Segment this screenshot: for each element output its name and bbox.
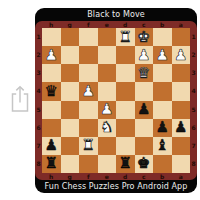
square-c4[interactable] xyxy=(135,82,154,100)
board-corner xyxy=(35,21,42,28)
bottom-file-label-a: a xyxy=(172,173,191,180)
black-king: ♚ xyxy=(137,156,150,171)
square-a4[interactable] xyxy=(172,82,191,100)
square-c5[interactable]: ♟ xyxy=(135,101,154,119)
square-e7[interactable] xyxy=(98,137,117,155)
black-pawn: ♟ xyxy=(156,120,169,135)
black-bishop: ♝ xyxy=(156,138,169,153)
left-rank-label-2: 2 xyxy=(35,46,42,64)
white-pawn: ♟ xyxy=(45,47,58,62)
black-pawn: ♟ xyxy=(137,102,150,117)
right-rank-label-5: 5 xyxy=(190,101,197,119)
top-file-label-a: a xyxy=(172,21,191,28)
white-king: ♚ xyxy=(137,29,150,44)
white-rook: ♜ xyxy=(82,138,95,153)
white-pawn: ♟ xyxy=(174,47,187,62)
black-pawn: ♟ xyxy=(174,120,187,135)
square-b6[interactable]: ♟ xyxy=(153,119,172,137)
square-f8[interactable] xyxy=(79,155,98,173)
square-d2[interactable] xyxy=(116,46,135,64)
square-h3[interactable] xyxy=(42,64,61,82)
square-a3[interactable] xyxy=(172,64,191,82)
right-rank-label-4: 4 xyxy=(190,82,197,100)
square-g2[interactable] xyxy=(61,46,80,64)
board-corner xyxy=(35,173,42,180)
left-rank-label-7: 7 xyxy=(35,137,42,155)
square-g4[interactable] xyxy=(61,82,80,100)
square-c8[interactable]: ♚ xyxy=(135,155,154,173)
square-b3[interactable] xyxy=(153,64,172,82)
white-knight: ♞ xyxy=(100,120,113,135)
right-rank-label-1: 1 xyxy=(190,28,197,46)
square-b5[interactable] xyxy=(153,101,172,119)
square-e1[interactable] xyxy=(98,28,117,46)
square-f1[interactable] xyxy=(79,28,98,46)
left-rank-label-1: 1 xyxy=(35,28,42,46)
square-a6[interactable]: ♟ xyxy=(172,119,191,137)
left-rank-label-6: 6 xyxy=(35,119,42,137)
square-b2[interactable]: ♟ xyxy=(153,46,172,64)
black-pawn: ♟ xyxy=(45,138,58,153)
square-b7[interactable]: ♝ xyxy=(153,137,172,155)
square-h6[interactable] xyxy=(42,119,61,137)
square-f7[interactable]: ♜ xyxy=(79,137,98,155)
square-h4[interactable]: ♛ xyxy=(42,82,61,100)
top-file-label-b: b xyxy=(153,21,172,28)
square-g7[interactable] xyxy=(61,137,80,155)
top-file-label-h: h xyxy=(42,21,61,28)
square-b4[interactable] xyxy=(153,82,172,100)
top-file-label-f: f xyxy=(79,21,98,28)
square-c7[interactable] xyxy=(135,137,154,155)
square-h7[interactable]: ♟ xyxy=(42,137,61,155)
square-c1[interactable]: ♚ xyxy=(135,28,154,46)
square-a1[interactable] xyxy=(172,28,191,46)
square-h2[interactable]: ♟ xyxy=(42,46,61,64)
page: Black to Move hgfedcba1♜♚12♟♟♟♟23♛34♛♟45… xyxy=(0,0,200,200)
square-h1[interactable] xyxy=(42,28,61,46)
turn-indicator-text: Black to Move xyxy=(87,10,145,19)
left-rank-label-3: 3 xyxy=(35,64,42,82)
top-file-label-d: d xyxy=(116,21,135,28)
square-e4[interactable] xyxy=(98,82,117,100)
square-g5[interactable] xyxy=(61,101,80,119)
square-d3[interactable] xyxy=(116,64,135,82)
top-file-label-g: g xyxy=(61,21,80,28)
square-d4[interactable] xyxy=(116,82,135,100)
right-rank-label-6: 6 xyxy=(190,119,197,137)
left-rank-label-5: 5 xyxy=(35,101,42,119)
square-h5[interactable] xyxy=(42,101,61,119)
left-rank-label-8: 8 xyxy=(35,155,42,173)
board-corner xyxy=(190,173,197,180)
square-f4[interactable]: ♟ xyxy=(79,82,98,100)
square-f5[interactable] xyxy=(79,101,98,119)
square-a8[interactable] xyxy=(172,155,191,173)
left-rank-label-4: 4 xyxy=(35,82,42,100)
white-rook: ♜ xyxy=(119,29,132,44)
square-f3[interactable] xyxy=(79,64,98,82)
right-rank-label-3: 3 xyxy=(190,64,197,82)
white-pawn: ♟ xyxy=(137,47,150,62)
top-file-label-e: e xyxy=(98,21,117,28)
black-queen: ♛ xyxy=(45,83,58,98)
board-corner xyxy=(190,21,197,28)
square-h8[interactable]: ♜ xyxy=(42,155,61,173)
right-rank-label-8: 8 xyxy=(190,155,197,173)
square-g3[interactable] xyxy=(61,64,80,82)
square-d6[interactable] xyxy=(116,119,135,137)
bottom-file-label-e: e xyxy=(98,173,117,180)
white-pawn: ♟ xyxy=(82,83,95,98)
square-g8[interactable] xyxy=(61,155,80,173)
right-rank-label-7: 7 xyxy=(190,137,197,155)
white-pawn: ♟ xyxy=(156,47,169,62)
square-a5[interactable] xyxy=(172,101,191,119)
square-e2[interactable] xyxy=(98,46,117,64)
square-b1[interactable] xyxy=(153,28,172,46)
square-a7[interactable] xyxy=(172,137,191,155)
bottom-file-label-g: g xyxy=(61,173,80,180)
bottom-file-label-h: h xyxy=(42,173,61,180)
right-rank-label-2: 2 xyxy=(190,46,197,64)
square-d1[interactable]: ♜ xyxy=(116,28,135,46)
white-pawn: ♟ xyxy=(100,102,113,117)
square-f6[interactable] xyxy=(79,119,98,137)
square-d8[interactable]: ♜ xyxy=(116,155,135,173)
square-b8[interactable] xyxy=(153,155,172,173)
black-rook: ♜ xyxy=(45,156,58,171)
bottom-file-label-c: c xyxy=(135,173,154,180)
square-g1[interactable] xyxy=(61,28,80,46)
share-button[interactable] xyxy=(9,84,31,114)
bottom-file-label-f: f xyxy=(79,173,98,180)
square-e5[interactable]: ♟ xyxy=(98,101,117,119)
bottom-file-label-b: b xyxy=(153,173,172,180)
footer-banner: Fun Chess Puzzles Pro Android App xyxy=(35,180,197,193)
top-file-label-c: c xyxy=(135,21,154,28)
bottom-file-label-d: d xyxy=(116,173,135,180)
square-d5[interactable] xyxy=(116,101,135,119)
square-e8[interactable] xyxy=(98,155,117,173)
app-name-text: Fun Chess Puzzles Pro Android App xyxy=(45,182,188,191)
square-c3[interactable]: ♛ xyxy=(135,64,154,82)
square-g6[interactable] xyxy=(61,119,80,137)
status-banner: Black to Move xyxy=(35,8,197,21)
share-export-icon xyxy=(9,84,31,114)
square-a2[interactable]: ♟ xyxy=(172,46,191,64)
square-e6[interactable]: ♞ xyxy=(98,119,117,137)
app-screenshot: Black to Move hgfedcba1♜♚12♟♟♟♟23♛34♛♟45… xyxy=(35,8,197,193)
black-rook: ♜ xyxy=(119,156,132,171)
square-d7[interactable] xyxy=(116,137,135,155)
square-f2[interactable] xyxy=(79,46,98,64)
chess-board: hgfedcba1♜♚12♟♟♟♟23♛34♛♟45♟♟56♞♟♟67♟♜♝78… xyxy=(35,21,197,180)
white-queen: ♛ xyxy=(137,65,150,80)
square-c2[interactable]: ♟ xyxy=(135,46,154,64)
square-e3[interactable] xyxy=(98,64,117,82)
square-c6[interactable] xyxy=(135,119,154,137)
